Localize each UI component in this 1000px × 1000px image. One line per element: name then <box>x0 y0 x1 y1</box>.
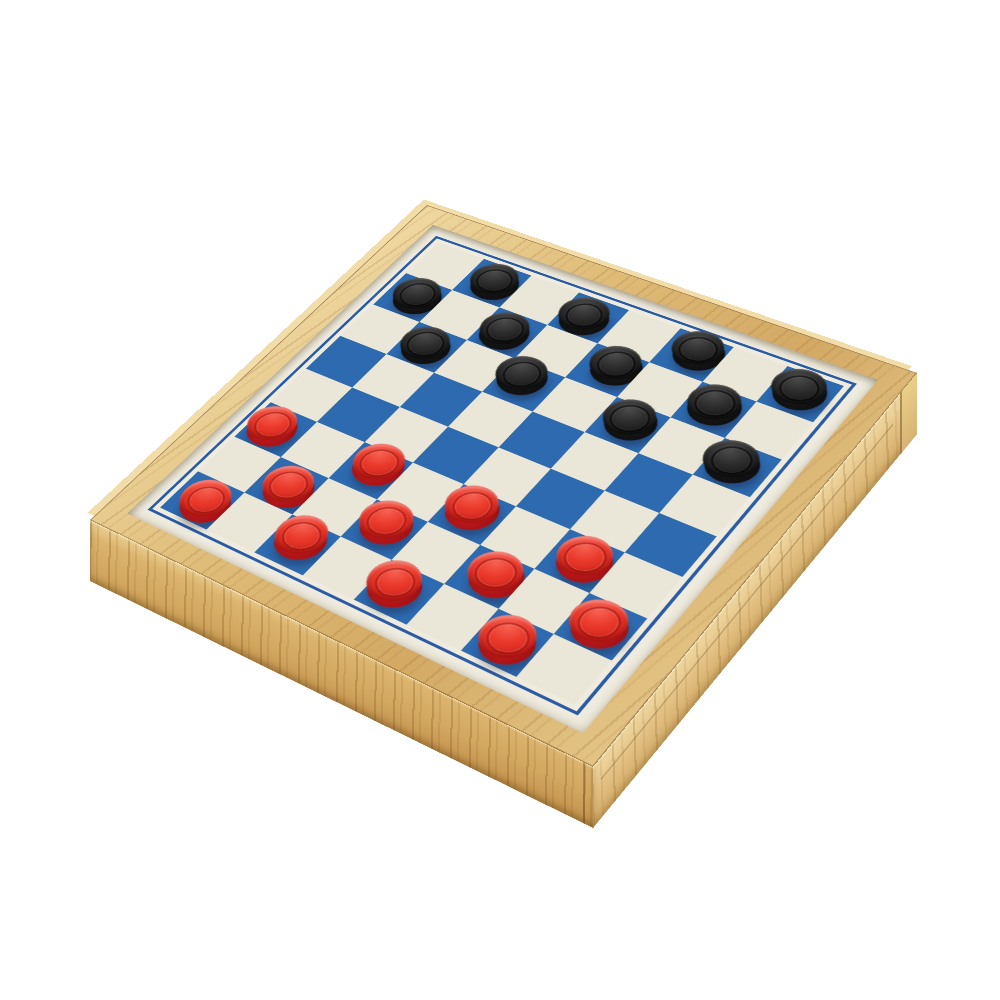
checkers-set-photo <box>0 0 1000 1000</box>
checkers-board-box-top <box>90 205 917 767</box>
board-sheet <box>127 225 878 733</box>
